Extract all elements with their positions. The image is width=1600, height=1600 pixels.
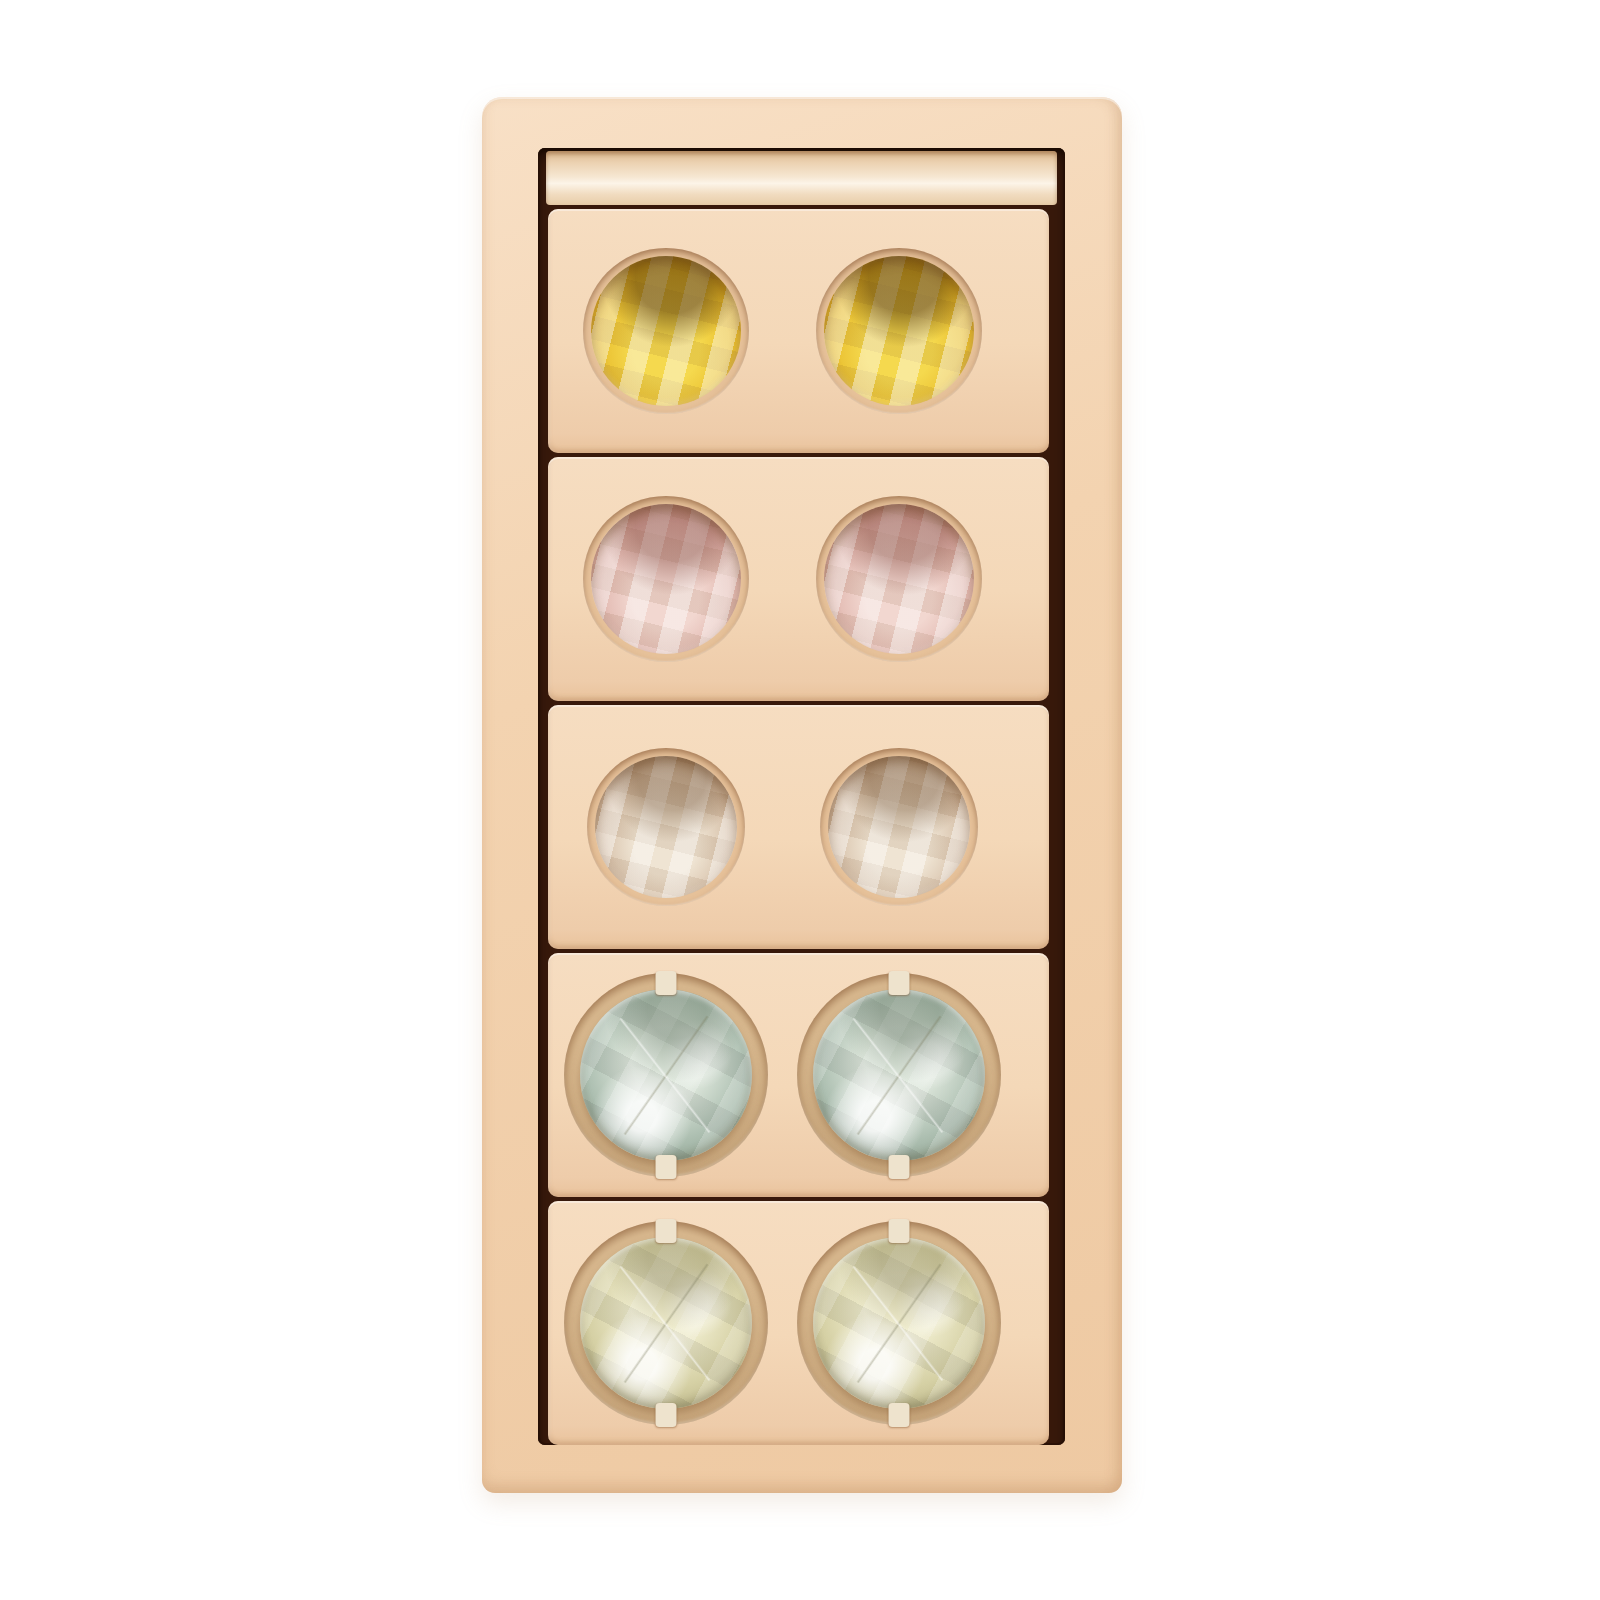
- gem-pit-r1-c1: [583, 248, 749, 414]
- gem-smoky-champagne-r3-c2: [828, 756, 970, 898]
- gem-pit-r5-c1: [564, 1221, 768, 1425]
- wood-retaining-tab-top: [888, 1219, 909, 1243]
- gem-pale-citrine-r5-c1: [580, 1237, 752, 1409]
- gem-amber-r1-c2: [824, 256, 974, 406]
- gem-smoky-champagne-r3-c1: [595, 756, 737, 898]
- wood-retaining-tab-top: [655, 971, 676, 995]
- wood-retaining-tab-bottom: [888, 1155, 909, 1179]
- gem-amber-r1-c1: [591, 256, 741, 406]
- gem-sage-green-r4-c2: [813, 989, 985, 1161]
- gem-pit-r4-c1: [564, 973, 768, 1177]
- gem-sage-green-r4-c1: [580, 989, 752, 1161]
- gem-rose-pink-r2-c2: [824, 504, 974, 654]
- gem-pit-r4-c2: [797, 973, 1001, 1177]
- gem-pit-r3-c1: [587, 748, 745, 906]
- wood-retaining-tab-top: [888, 971, 909, 995]
- tray-recess: [538, 148, 1065, 1445]
- gem-pit-r5-c2: [797, 1221, 1001, 1425]
- gem-pit-r3-c2: [820, 748, 978, 906]
- gem-block-row-4-sage-green: [548, 953, 1049, 1197]
- gem-pit-r1-c2: [816, 248, 982, 414]
- wood-retaining-tab-bottom: [655, 1403, 676, 1427]
- wooden-box: [482, 97, 1122, 1493]
- gem-blocks-grid: [538, 209, 1065, 1445]
- gem-pale-citrine-r5-c2: [813, 1237, 985, 1409]
- wood-retaining-tab-top: [655, 1219, 676, 1243]
- gem-block-row-1-amber: [548, 209, 1049, 453]
- gem-rose-pink-r2-c1: [591, 504, 741, 654]
- gem-pit-r2-c2: [816, 496, 982, 662]
- wood-retaining-tab-bottom: [655, 1155, 676, 1179]
- gem-block-row-5-pale-citrine: [548, 1201, 1049, 1445]
- box-interior-back: [546, 151, 1057, 205]
- gem-block-row-3-smoky-champagne: [548, 705, 1049, 949]
- product-photo: [0, 0, 1600, 1600]
- wood-retaining-tab-bottom: [888, 1403, 909, 1427]
- gem-block-row-2-rose-pink: [548, 457, 1049, 701]
- gem-pit-r2-c1: [583, 496, 749, 662]
